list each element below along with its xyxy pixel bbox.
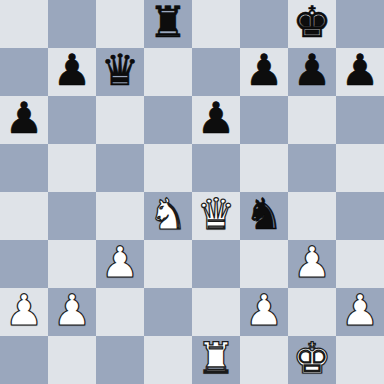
piece-white-pawn: ♟ — [341, 286, 380, 334]
square-c3[interactable]: ♟ — [96, 240, 144, 288]
square-d7[interactable] — [144, 48, 192, 96]
square-f8[interactable] — [240, 0, 288, 48]
square-f1[interactable] — [240, 336, 288, 384]
piece-white-knight: ♞ — [149, 190, 188, 238]
square-h8[interactable] — [336, 0, 384, 48]
square-c7[interactable]: ♛ — [96, 48, 144, 96]
square-e6[interactable]: ♟ — [192, 96, 240, 144]
square-a5[interactable] — [0, 144, 48, 192]
square-g4[interactable] — [288, 192, 336, 240]
square-g5[interactable] — [288, 144, 336, 192]
square-b5[interactable] — [48, 144, 96, 192]
square-d8[interactable]: ♜ — [144, 0, 192, 48]
piece-black-queen: ♛ — [101, 46, 140, 94]
square-d1[interactable] — [144, 336, 192, 384]
square-e7[interactable] — [192, 48, 240, 96]
square-h1[interactable] — [336, 336, 384, 384]
square-g3[interactable]: ♟ — [288, 240, 336, 288]
square-g7[interactable]: ♟ — [288, 48, 336, 96]
square-g8[interactable]: ♚ — [288, 0, 336, 48]
square-d3[interactable] — [144, 240, 192, 288]
square-e2[interactable] — [192, 288, 240, 336]
square-b3[interactable] — [48, 240, 96, 288]
square-d2[interactable] — [144, 288, 192, 336]
square-h4[interactable] — [336, 192, 384, 240]
piece-white-pawn: ♟ — [245, 286, 284, 334]
chess-board: ♜♚♟♛♟♟♟♟♟♞♛♞♟♟♟♟♟♟♜♚ — [0, 0, 384, 384]
square-a7[interactable] — [0, 48, 48, 96]
square-c4[interactable] — [96, 192, 144, 240]
square-b1[interactable] — [48, 336, 96, 384]
piece-black-pawn: ♟ — [245, 46, 284, 94]
piece-black-king: ♚ — [293, 0, 332, 46]
square-g6[interactable] — [288, 96, 336, 144]
square-a8[interactable] — [0, 0, 48, 48]
square-e8[interactable] — [192, 0, 240, 48]
square-g2[interactable] — [288, 288, 336, 336]
square-e4[interactable]: ♛ — [192, 192, 240, 240]
square-b8[interactable] — [48, 0, 96, 48]
piece-white-pawn: ♟ — [293, 238, 332, 286]
square-b4[interactable] — [48, 192, 96, 240]
square-c1[interactable] — [96, 336, 144, 384]
piece-black-pawn: ♟ — [53, 46, 92, 94]
square-e3[interactable] — [192, 240, 240, 288]
square-h5[interactable] — [336, 144, 384, 192]
square-h7[interactable]: ♟ — [336, 48, 384, 96]
piece-black-pawn: ♟ — [341, 46, 380, 94]
square-a6[interactable]: ♟ — [0, 96, 48, 144]
piece-black-pawn: ♟ — [293, 46, 332, 94]
piece-white-pawn: ♟ — [101, 238, 140, 286]
square-f7[interactable]: ♟ — [240, 48, 288, 96]
square-a1[interactable] — [0, 336, 48, 384]
piece-white-queen: ♛ — [197, 190, 236, 238]
square-f6[interactable] — [240, 96, 288, 144]
square-d4[interactable]: ♞ — [144, 192, 192, 240]
square-a3[interactable] — [0, 240, 48, 288]
square-f4[interactable]: ♞ — [240, 192, 288, 240]
square-f3[interactable] — [240, 240, 288, 288]
square-h2[interactable]: ♟ — [336, 288, 384, 336]
piece-black-pawn: ♟ — [197, 94, 236, 142]
square-h3[interactable] — [336, 240, 384, 288]
square-c5[interactable] — [96, 144, 144, 192]
piece-black-pawn: ♟ — [5, 94, 44, 142]
square-b6[interactable] — [48, 96, 96, 144]
square-f5[interactable] — [240, 144, 288, 192]
square-b2[interactable]: ♟ — [48, 288, 96, 336]
square-e1[interactable]: ♜ — [192, 336, 240, 384]
square-e5[interactable] — [192, 144, 240, 192]
square-d6[interactable] — [144, 96, 192, 144]
square-b7[interactable]: ♟ — [48, 48, 96, 96]
piece-white-rook: ♜ — [197, 334, 236, 382]
piece-white-pawn: ♟ — [5, 286, 44, 334]
square-g1[interactable]: ♚ — [288, 336, 336, 384]
square-d5[interactable] — [144, 144, 192, 192]
square-a2[interactable]: ♟ — [0, 288, 48, 336]
square-c6[interactable] — [96, 96, 144, 144]
square-c2[interactable] — [96, 288, 144, 336]
square-f2[interactable]: ♟ — [240, 288, 288, 336]
piece-white-king: ♚ — [293, 334, 332, 382]
piece-white-pawn: ♟ — [53, 286, 92, 334]
piece-black-knight: ♞ — [245, 190, 284, 238]
square-h6[interactable] — [336, 96, 384, 144]
square-c8[interactable] — [96, 0, 144, 48]
square-a4[interactable] — [0, 192, 48, 240]
piece-black-rook: ♜ — [149, 0, 188, 46]
